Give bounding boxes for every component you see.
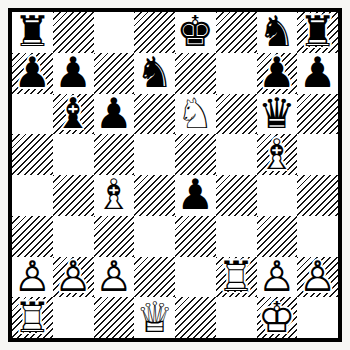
piece-halo: ♟ (257, 53, 298, 94)
piece-halo: ♟ (53, 257, 94, 298)
square-c6[interactable]: ♟♟ (94, 94, 135, 135)
square-a7[interactable]: ♟♟ (12, 53, 53, 94)
square-b5[interactable] (53, 134, 94, 175)
square-e4[interactable]: ♟♟ (175, 175, 216, 216)
piece-black-pawn[interactable]: ♟ (175, 175, 216, 216)
square-a2[interactable]: ♟♙ (12, 257, 53, 298)
square-e8[interactable]: ♚♚ (175, 12, 216, 53)
square-f1[interactable] (216, 297, 257, 338)
square-g2[interactable]: ♟♙ (257, 257, 298, 298)
square-f3[interactable] (216, 216, 257, 257)
square-f8[interactable] (216, 12, 257, 53)
square-h6[interactable] (297, 94, 338, 135)
square-f6[interactable] (216, 94, 257, 135)
piece-black-knight[interactable]: ♞ (134, 53, 175, 94)
piece-white-bishop[interactable]: ♗ (94, 175, 135, 216)
piece-halo: ♟ (53, 53, 94, 94)
square-e5[interactable] (175, 134, 216, 175)
piece-black-pawn[interactable]: ♟ (257, 53, 298, 94)
square-d3[interactable] (134, 216, 175, 257)
square-f7[interactable] (216, 53, 257, 94)
square-e3[interactable] (175, 216, 216, 257)
square-a3[interactable] (12, 216, 53, 257)
square-d6[interactable] (134, 94, 175, 135)
piece-halo: ♚ (257, 297, 298, 338)
piece-black-bishop[interactable]: ♝ (53, 94, 94, 135)
square-b1[interactable] (53, 297, 94, 338)
piece-halo: ♟ (12, 53, 53, 94)
square-e1[interactable] (175, 297, 216, 338)
piece-halo: ♟ (175, 175, 216, 216)
square-e2[interactable] (175, 257, 216, 298)
square-d2[interactable] (134, 257, 175, 298)
piece-white-pawn[interactable]: ♙ (53, 257, 94, 298)
square-h7[interactable]: ♟♟ (297, 53, 338, 94)
piece-black-pawn[interactable]: ♟ (297, 53, 338, 94)
piece-halo: ♝ (257, 134, 298, 175)
square-d1[interactable]: ♛♕ (134, 297, 175, 338)
square-c5[interactable] (94, 134, 135, 175)
piece-white-pawn[interactable]: ♙ (297, 257, 338, 298)
square-b6[interactable]: ♝♝ (53, 94, 94, 135)
square-f5[interactable] (216, 134, 257, 175)
square-g5[interactable]: ♝♗ (257, 134, 298, 175)
piece-halo: ♛ (134, 297, 175, 338)
square-h1[interactable] (297, 297, 338, 338)
square-h4[interactable] (297, 175, 338, 216)
piece-halo: ♟ (94, 257, 135, 298)
square-g1[interactable]: ♚♔ (257, 297, 298, 338)
square-h3[interactable] (297, 216, 338, 257)
square-c7[interactable] (94, 53, 135, 94)
square-b2[interactable]: ♟♙ (53, 257, 94, 298)
square-g6[interactable]: ♛♛ (257, 94, 298, 135)
square-g3[interactable] (257, 216, 298, 257)
chess-board: ♜♜♚♚♞♞♜♜♟♟♟♟♞♞♟♟♟♟♝♝♟♟♞♘♛♛♝♗♝♗♟♟♟♙♟♙♟♙♜♖… (12, 12, 338, 338)
square-d5[interactable] (134, 134, 175, 175)
piece-black-rook[interactable]: ♜ (297, 12, 338, 53)
piece-white-pawn[interactable]: ♙ (94, 257, 135, 298)
piece-halo: ♛ (257, 94, 298, 135)
piece-halo: ♟ (297, 53, 338, 94)
piece-halo: ♟ (257, 257, 298, 298)
square-c3[interactable] (94, 216, 135, 257)
board-frame: ♜♜♚♚♞♞♜♜♟♟♟♟♞♞♟♟♟♟♝♝♟♟♞♘♛♛♝♗♝♗♟♟♟♙♟♙♟♙♜♖… (8, 8, 342, 342)
piece-white-queen[interactable]: ♕ (134, 297, 175, 338)
square-h5[interactable] (297, 134, 338, 175)
square-c2[interactable]: ♟♙ (94, 257, 135, 298)
piece-white-pawn[interactable]: ♙ (12, 257, 53, 298)
piece-white-rook[interactable]: ♖ (12, 297, 53, 338)
piece-halo: ♜ (216, 257, 257, 298)
square-d4[interactable] (134, 175, 175, 216)
piece-halo: ♜ (12, 12, 53, 53)
square-d7[interactable]: ♞♞ (134, 53, 175, 94)
square-g7[interactable]: ♟♟ (257, 53, 298, 94)
square-b4[interactable] (53, 175, 94, 216)
square-b7[interactable]: ♟♟ (53, 53, 94, 94)
piece-black-rook[interactable]: ♜ (12, 12, 53, 53)
piece-halo: ♞ (257, 12, 298, 53)
piece-black-pawn[interactable]: ♟ (53, 53, 94, 94)
square-c4[interactable]: ♝♗ (94, 175, 135, 216)
piece-halo: ♞ (134, 53, 175, 94)
piece-black-king[interactable]: ♚ (175, 12, 216, 53)
piece-halo: ♜ (297, 12, 338, 53)
piece-black-pawn[interactable]: ♟ (94, 94, 135, 135)
square-a5[interactable] (12, 134, 53, 175)
piece-halo: ♜ (12, 297, 53, 338)
piece-white-rook[interactable]: ♖ (216, 257, 257, 298)
piece-halo: ♞ (175, 94, 216, 135)
piece-halo: ♟ (12, 257, 53, 298)
piece-halo: ♟ (94, 94, 135, 135)
square-a1[interactable]: ♜♖ (12, 297, 53, 338)
square-f4[interactable] (216, 175, 257, 216)
piece-black-pawn[interactable]: ♟ (12, 53, 53, 94)
square-a4[interactable] (12, 175, 53, 216)
square-d8[interactable] (134, 12, 175, 53)
square-a8[interactable]: ♜♜ (12, 12, 53, 53)
piece-black-queen[interactable]: ♛ (257, 94, 298, 135)
square-e6[interactable]: ♞♘ (175, 94, 216, 135)
piece-white-bishop[interactable]: ♗ (257, 134, 298, 175)
square-c1[interactable] (94, 297, 135, 338)
chess-diagram: ♜♜♚♚♞♞♜♜♟♟♟♟♞♞♟♟♟♟♝♝♟♟♞♘♛♛♝♗♝♗♟♟♟♙♟♙♟♙♜♖… (0, 0, 350, 350)
piece-black-knight[interactable]: ♞ (257, 12, 298, 53)
square-h2[interactable]: ♟♙ (297, 257, 338, 298)
piece-white-pawn[interactable]: ♙ (257, 257, 298, 298)
piece-halo: ♟ (297, 257, 338, 298)
square-c8[interactable] (94, 12, 135, 53)
square-h8[interactable]: ♜♜ (297, 12, 338, 53)
square-f2[interactable]: ♜♖ (216, 257, 257, 298)
piece-white-knight[interactable]: ♘ (175, 94, 216, 135)
square-b8[interactable] (53, 12, 94, 53)
square-e7[interactable] (175, 53, 216, 94)
square-g8[interactable]: ♞♞ (257, 12, 298, 53)
piece-halo: ♚ (175, 12, 216, 53)
piece-halo: ♝ (53, 94, 94, 135)
piece-white-king[interactable]: ♔ (257, 297, 298, 338)
square-g4[interactable] (257, 175, 298, 216)
piece-halo: ♝ (94, 175, 135, 216)
square-a6[interactable] (12, 94, 53, 135)
square-b3[interactable] (53, 216, 94, 257)
